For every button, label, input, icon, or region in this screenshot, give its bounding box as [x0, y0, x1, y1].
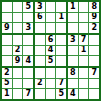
empty-cell-r8c8[interactable]: [79, 79, 89, 89]
given-digit-r6c2[interactable]: 9: [13, 56, 23, 66]
empty-cell-r3c7[interactable]: [68, 23, 78, 33]
empty-cell-r2c5[interactable]: [46, 13, 56, 23]
given-digit-r7c9[interactable]: 7: [89, 68, 99, 78]
given-digit-r8c1[interactable]: 5: [2, 79, 12, 89]
given-digit-r2c9[interactable]: 9: [89, 13, 99, 23]
empty-cell-r9c4[interactable]: [35, 89, 45, 99]
empty-cell-r4c4[interactable]: [35, 35, 45, 45]
empty-cell-r6c1[interactable]: [2, 56, 12, 66]
given-digit-r8c4[interactable]: 2: [35, 79, 45, 89]
empty-cell-r7c2[interactable]: [13, 68, 23, 78]
empty-cell-r6c7[interactable]: [68, 56, 78, 66]
empty-cell-r3c2[interactable]: [13, 23, 23, 33]
given-digit-r1c9[interactable]: 8: [89, 2, 99, 12]
sudoku-box-1: 593: [2, 2, 33, 33]
sudoku-box-9: 874: [68, 68, 99, 99]
empty-cell-r9c8[interactable]: [79, 89, 89, 99]
empty-cell-r5c6[interactable]: [56, 46, 66, 56]
given-digit-r5c2[interactable]: 2: [13, 46, 23, 56]
given-digit-r7c7[interactable]: 8: [68, 68, 78, 78]
empty-cell-r6c9[interactable]: [89, 56, 99, 66]
empty-cell-r4c3[interactable]: [23, 35, 33, 45]
empty-cell-r1c5[interactable]: [46, 2, 56, 12]
empty-cell-r5c4[interactable]: [35, 46, 45, 56]
sudoku-box-5: 645: [35, 35, 66, 66]
sudoku-box-6: 371: [68, 35, 99, 66]
empty-cell-r8c3[interactable]: [23, 79, 33, 89]
empty-cell-r2c7[interactable]: [68, 13, 78, 23]
empty-cell-r4c2[interactable]: [13, 35, 23, 45]
given-digit-r4c8[interactable]: 7: [79, 35, 89, 45]
sudoku-board: 59336118922946453712517275874: [0, 0, 101, 101]
given-digit-r4c5[interactable]: 6: [46, 35, 56, 45]
empty-cell-r8c7[interactable]: [68, 79, 78, 89]
given-digit-r1c3[interactable]: 5: [23, 2, 33, 12]
given-digit-r2c6[interactable]: 1: [56, 13, 66, 23]
empty-cell-r9c9[interactable]: [89, 89, 99, 99]
sudoku-box-3: 1892: [68, 2, 99, 33]
empty-cell-r9c2[interactable]: [13, 89, 23, 99]
given-digit-r3c3[interactable]: 3: [23, 23, 33, 33]
empty-cell-r2c2[interactable]: [13, 13, 23, 23]
given-digit-r8c6[interactable]: 7: [56, 79, 66, 89]
empty-cell-r5c1[interactable]: [2, 46, 12, 56]
empty-cell-r7c3[interactable]: [23, 68, 33, 78]
given-digit-r4c7[interactable]: 3: [68, 35, 78, 45]
empty-cell-r1c6[interactable]: [56, 2, 66, 12]
empty-cell-r4c6[interactable]: [56, 35, 66, 45]
given-digit-r1c4[interactable]: 3: [35, 2, 45, 12]
empty-cell-r7c8[interactable]: [79, 68, 89, 78]
given-digit-r1c7[interactable]: 1: [68, 2, 78, 12]
empty-cell-r1c1[interactable]: [2, 2, 12, 12]
given-digit-r6c5[interactable]: 5: [46, 56, 56, 66]
given-digit-r5c5[interactable]: 4: [46, 46, 56, 56]
empty-cell-r8c9[interactable]: [89, 79, 99, 89]
empty-cell-r3c4[interactable]: [35, 23, 45, 33]
empty-cell-r5c3[interactable]: [23, 46, 33, 56]
empty-cell-r1c8[interactable]: [79, 2, 89, 12]
given-digit-r7c1[interactable]: 2: [2, 68, 12, 78]
empty-cell-r6c8[interactable]: [79, 56, 89, 66]
sudoku-box-2: 361: [35, 2, 66, 33]
empty-cell-r1c2[interactable]: [13, 2, 23, 12]
empty-cell-r2c8[interactable]: [79, 13, 89, 23]
given-digit-r9c3[interactable]: 7: [23, 89, 33, 99]
empty-cell-r4c1[interactable]: [2, 35, 12, 45]
given-digit-r9c6[interactable]: 5: [56, 89, 66, 99]
empty-cell-r4c9[interactable]: [89, 35, 99, 45]
empty-cell-r8c5[interactable]: [46, 79, 56, 89]
empty-cell-r2c3[interactable]: [23, 13, 33, 23]
empty-cell-r3c8[interactable]: [79, 23, 89, 33]
empty-cell-r3c5[interactable]: [46, 23, 56, 33]
empty-cell-r6c6[interactable]: [56, 56, 66, 66]
given-digit-r5c8[interactable]: 1: [79, 46, 89, 56]
empty-cell-r8c2[interactable]: [13, 79, 23, 89]
given-digit-r9c1[interactable]: 1: [2, 89, 12, 99]
empty-cell-r9c5[interactable]: [46, 89, 56, 99]
empty-cell-r2c1[interactable]: [2, 13, 12, 23]
given-digit-r3c1[interactable]: 9: [2, 23, 12, 33]
sudoku-box-8: 275: [35, 68, 66, 99]
given-digit-r2c4[interactable]: 6: [35, 13, 45, 23]
empty-cell-r7c5[interactable]: [46, 68, 56, 78]
sudoku-box-4: 294: [2, 35, 33, 66]
empty-cell-r7c4[interactable]: [35, 68, 45, 78]
empty-cell-r5c7[interactable]: [68, 46, 78, 56]
empty-cell-r3c6[interactable]: [56, 23, 66, 33]
empty-cell-r7c6[interactable]: [56, 68, 66, 78]
empty-cell-r6c4[interactable]: [35, 56, 45, 66]
empty-cell-r5c9[interactable]: [89, 46, 99, 56]
given-digit-r3c9[interactable]: 2: [89, 23, 99, 33]
given-digit-r6c3[interactable]: 4: [23, 56, 33, 66]
given-digit-r9c7[interactable]: 4: [68, 89, 78, 99]
sudoku-box-7: 2517: [2, 68, 33, 99]
